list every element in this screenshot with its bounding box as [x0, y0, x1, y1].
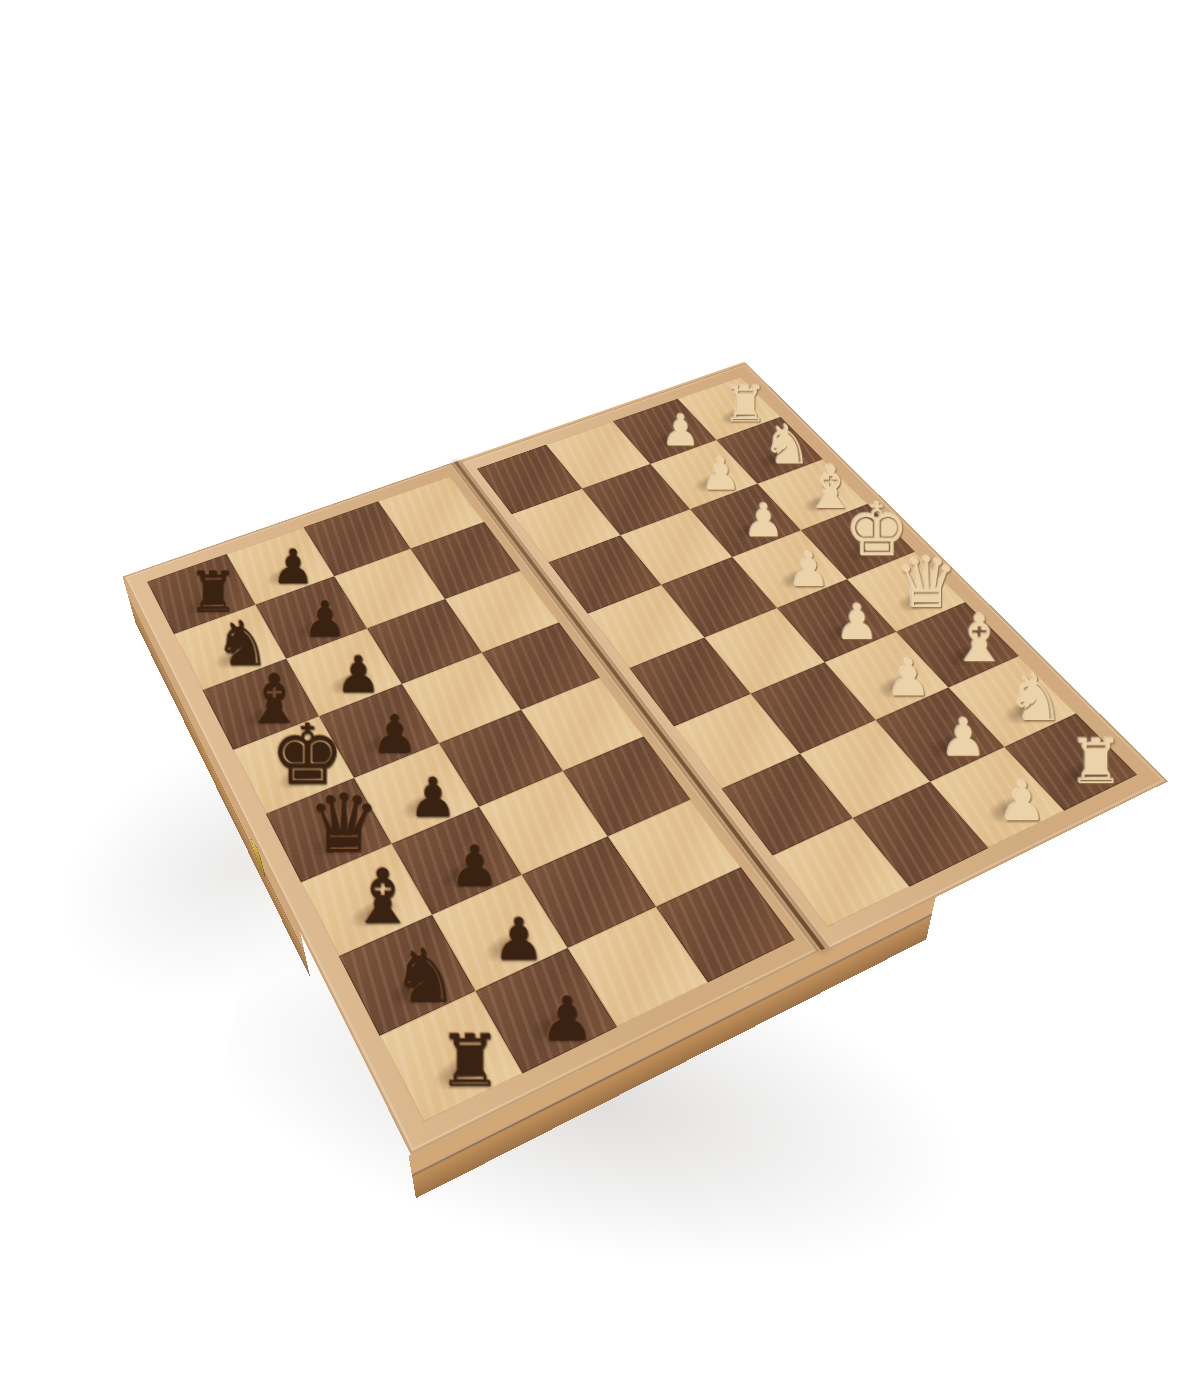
piece-shadow	[978, 789, 1040, 831]
square-c2: ♟	[825, 632, 949, 720]
piece-shadow	[795, 489, 847, 518]
piece-shadow	[290, 611, 346, 645]
piece-shadow	[207, 640, 264, 675]
piece-shadow	[356, 723, 416, 762]
square-a1: ♜	[1004, 713, 1137, 810]
piece-shadow	[940, 638, 997, 673]
piece-shadow	[425, 1045, 495, 1099]
piece-shadow	[889, 585, 944, 618]
folding-chess-board: ♜♟♞♟♝♟♚♟♛♟♝♟♞♟♜♟ ♟♜♟♞♟♝♟♚♟♛♟♝♟♞♟♜	[123, 362, 1166, 1154]
piece-shadow	[868, 668, 926, 704]
square-b6	[522, 836, 656, 948]
chess-box-scene: ♜♟♞♟♝♟♚♟♛♟♝♟♞♟♜♟ ♟♜♟♞♟♝♟♚♟♛♟♝♟♞♟♜	[194, 272, 1034, 1072]
piece-shadow	[921, 727, 981, 766]
piece-shadow	[772, 563, 826, 595]
piece-white-bishop-c1: ♝	[936, 606, 1024, 672]
piece-shadow	[341, 890, 406, 936]
piece-shadow	[994, 694, 1053, 732]
piece-shadow	[1052, 754, 1113, 794]
square-c6	[479, 771, 608, 875]
piece-shadow	[433, 851, 497, 896]
piece-shadow	[818, 614, 874, 648]
piece-shadow	[270, 757, 331, 797]
piece-shadow	[728, 514, 781, 544]
piece-shadow	[521, 1000, 590, 1052]
piece-shadow	[841, 535, 894, 566]
piece-white-bishop-f1: ♝	[791, 458, 871, 518]
piece-shadow	[238, 697, 297, 735]
